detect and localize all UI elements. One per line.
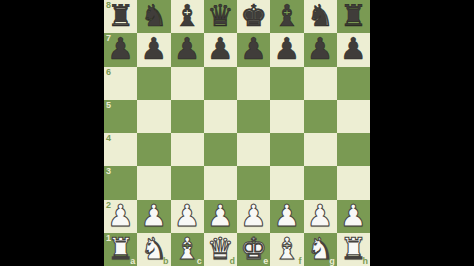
square-f1[interactable]: f♝	[270, 233, 303, 266]
piece-black-pawn[interactable]: ♟	[107, 33, 134, 65]
rank-label-6: 6	[106, 68, 111, 77]
square-h2[interactable]: ♟	[337, 200, 370, 233]
piece-black-pawn[interactable]: ♟	[307, 33, 334, 65]
rank-label-4: 4	[106, 134, 111, 143]
piece-white-bishop[interactable]: ♝	[174, 233, 201, 265]
square-d1[interactable]: d♛	[204, 233, 237, 266]
square-a3[interactable]: 3	[104, 166, 137, 199]
square-h4[interactable]	[337, 133, 370, 166]
square-f7[interactable]: ♟	[270, 33, 303, 66]
square-c1[interactable]: c♝	[171, 233, 204, 266]
square-a8[interactable]: 8♜	[104, 0, 137, 33]
square-c3[interactable]	[171, 166, 204, 199]
square-b3[interactable]	[137, 166, 170, 199]
square-b7[interactable]: ♟	[137, 33, 170, 66]
square-c6[interactable]	[171, 67, 204, 100]
square-c4[interactable]	[171, 133, 204, 166]
square-e5[interactable]	[237, 100, 270, 133]
piece-white-king[interactable]: ♚	[240, 233, 267, 265]
square-h6[interactable]	[337, 67, 370, 100]
piece-white-pawn[interactable]: ♟	[207, 200, 234, 232]
square-h7[interactable]: ♟	[337, 33, 370, 66]
square-g3[interactable]	[304, 166, 337, 199]
square-a2[interactable]: 2♟	[104, 200, 137, 233]
piece-white-pawn[interactable]: ♟	[107, 200, 134, 232]
square-f4[interactable]	[270, 133, 303, 166]
square-a4[interactable]: 4	[104, 133, 137, 166]
square-f8[interactable]: ♝	[270, 0, 303, 33]
square-f5[interactable]	[270, 100, 303, 133]
letterbox-left	[0, 0, 104, 266]
square-d8[interactable]: ♛	[204, 0, 237, 33]
square-c5[interactable]	[171, 100, 204, 133]
piece-white-pawn[interactable]: ♟	[307, 200, 334, 232]
square-b1[interactable]: b♞	[137, 233, 170, 266]
piece-black-queen[interactable]: ♛	[207, 0, 234, 32]
square-e3[interactable]	[237, 166, 270, 199]
square-d6[interactable]	[204, 67, 237, 100]
square-g7[interactable]: ♟	[304, 33, 337, 66]
video-frame: 8♜♞♝♛♚♝♞♜7♟♟♟♟♟♟♟♟65432♟♟♟♟♟♟♟♟1a♜b♞c♝d♛…	[0, 0, 474, 266]
piece-black-knight[interactable]: ♞	[140, 0, 167, 32]
piece-black-rook[interactable]: ♜	[340, 0, 367, 32]
square-f2[interactable]: ♟	[270, 200, 303, 233]
square-d5[interactable]	[204, 100, 237, 133]
square-b5[interactable]	[137, 100, 170, 133]
square-h5[interactable]	[337, 100, 370, 133]
square-e6[interactable]	[237, 67, 270, 100]
piece-black-bishop[interactable]: ♝	[174, 0, 201, 32]
square-h3[interactable]	[337, 166, 370, 199]
piece-white-bishop[interactable]: ♝	[273, 233, 300, 265]
square-g1[interactable]: g♞	[304, 233, 337, 266]
piece-black-pawn[interactable]: ♟	[240, 33, 267, 65]
square-a5[interactable]: 5	[104, 100, 137, 133]
piece-white-pawn[interactable]: ♟	[340, 200, 367, 232]
piece-black-pawn[interactable]: ♟	[174, 33, 201, 65]
rank-label-3: 3	[106, 167, 111, 176]
chess-board: 8♜♞♝♛♚♝♞♜7♟♟♟♟♟♟♟♟65432♟♟♟♟♟♟♟♟1a♜b♞c♝d♛…	[104, 0, 370, 266]
piece-white-rook[interactable]: ♜	[340, 233, 367, 265]
square-b2[interactable]: ♟	[137, 200, 170, 233]
piece-white-pawn[interactable]: ♟	[140, 200, 167, 232]
square-g8[interactable]: ♞	[304, 0, 337, 33]
square-f3[interactable]	[270, 166, 303, 199]
square-g6[interactable]	[304, 67, 337, 100]
square-g4[interactable]	[304, 133, 337, 166]
square-h1[interactable]: h♜	[337, 233, 370, 266]
letterbox-right	[370, 0, 474, 266]
piece-black-knight[interactable]: ♞	[307, 0, 334, 32]
piece-black-pawn[interactable]: ♟	[140, 33, 167, 65]
rank-label-5: 5	[106, 101, 111, 110]
square-f6[interactable]	[270, 67, 303, 100]
square-d3[interactable]	[204, 166, 237, 199]
square-e7[interactable]: ♟	[237, 33, 270, 66]
square-g2[interactable]: ♟	[304, 200, 337, 233]
square-e1[interactable]: e♚	[237, 233, 270, 266]
square-d7[interactable]: ♟	[204, 33, 237, 66]
piece-white-queen[interactable]: ♛	[207, 233, 234, 265]
square-c7[interactable]: ♟	[171, 33, 204, 66]
piece-black-rook[interactable]: ♜	[107, 0, 134, 32]
square-b6[interactable]	[137, 67, 170, 100]
square-a6[interactable]: 6	[104, 67, 137, 100]
piece-white-pawn[interactable]: ♟	[174, 200, 201, 232]
square-e8[interactable]: ♚	[237, 0, 270, 33]
piece-black-pawn[interactable]: ♟	[207, 33, 234, 65]
square-h8[interactable]: ♜	[337, 0, 370, 33]
square-d2[interactable]: ♟	[204, 200, 237, 233]
square-b8[interactable]: ♞	[137, 0, 170, 33]
square-a7[interactable]: 7♟	[104, 33, 137, 66]
piece-black-king[interactable]: ♚	[240, 0, 267, 32]
piece-white-pawn[interactable]: ♟	[240, 200, 267, 232]
square-e4[interactable]	[237, 133, 270, 166]
piece-black-pawn[interactable]: ♟	[273, 33, 300, 65]
square-a1[interactable]: 1a♜	[104, 233, 137, 266]
square-g5[interactable]	[304, 100, 337, 133]
square-b4[interactable]	[137, 133, 170, 166]
piece-white-knight[interactable]: ♞	[307, 233, 334, 265]
piece-white-rook[interactable]: ♜	[107, 233, 134, 265]
piece-white-knight[interactable]: ♞	[140, 233, 167, 265]
piece-black-bishop[interactable]: ♝	[273, 0, 300, 32]
piece-black-pawn[interactable]: ♟	[340, 33, 367, 65]
square-d4[interactable]	[204, 133, 237, 166]
square-c2[interactable]: ♟	[171, 200, 204, 233]
square-c8[interactable]: ♝	[171, 0, 204, 33]
square-e2[interactable]: ♟	[237, 200, 270, 233]
piece-white-pawn[interactable]: ♟	[273, 200, 300, 232]
